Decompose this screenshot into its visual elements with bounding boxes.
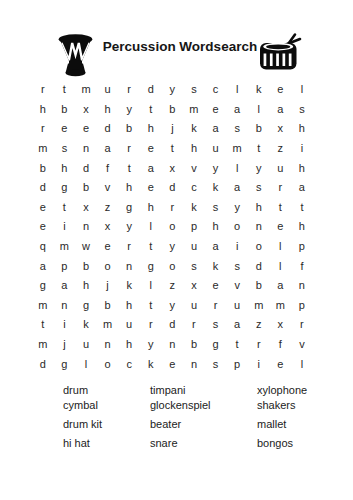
grid-cell-r3c2[interactable]: e [54,119,76,139]
word-list: drum cymbal drum kit hi hat timpani gloc… [63,384,307,452]
grid-cell-r8c13[interactable]: h [291,217,313,237]
grid-cell-r9c13[interactable]: p [291,237,313,257]
grid-cell-r3c5[interactable]: b [118,119,140,139]
grid-cell-r10c6[interactable]: g [140,256,162,276]
grid-cell-r4c1[interactable]: m [32,139,54,159]
grid-cell-r13c9[interactable]: s [205,315,227,335]
grid-cell-r10c8[interactable]: s [183,256,205,276]
grid-cell-r13c2[interactable]: i [54,315,76,335]
grid-cell-r4c9[interactable]: u [205,139,227,159]
grid-cell-r5c6[interactable]: a [140,158,162,178]
grid-cell-r7c11[interactable]: h [248,198,270,218]
word-item-drum-kit: drum kit [63,418,150,437]
wordsearch-grid: rtmurdysclkelhbxhytbmealasreedbhjkasbxhm… [32,80,313,374]
grid-cell-r15c11[interactable]: i [248,354,270,374]
word-item-cymbal: cymbal [63,399,150,418]
grid-cell-r10c9[interactable]: k [205,256,227,276]
grid-cell-r9c4[interactable]: e [97,237,119,257]
grid-cell-r1c6[interactable]: d [140,80,162,100]
word-item-xylophone: xylophone [257,384,307,399]
grid-cell-r15c9[interactable]: s [205,354,227,374]
grid-cell-r3c9[interactable]: a [205,119,227,139]
grid-cell-r5c11[interactable]: y [248,158,270,178]
grid-cell-r3c6[interactable]: h [140,119,162,139]
grid-cell-r5c3[interactable]: d [75,158,97,178]
grid-cell-r10c5[interactable]: n [118,256,140,276]
grid-cell-r14c2[interactable]: j [54,335,76,355]
grid-cell-r4c2[interactable]: s [54,139,76,159]
grid-cell-r13c8[interactable]: r [183,315,205,335]
grid-cell-r11c4[interactable]: j [97,276,119,296]
grid-cell-r4c7[interactable]: t [162,139,184,159]
grid-cell-r7c10[interactable]: y [226,198,248,218]
grid-cell-r12c9[interactable]: r [205,296,227,316]
word-item-hi-hat: hi hat [63,437,150,452]
grid-cell-r11c5[interactable]: k [118,276,140,296]
djembe-drum-icon [58,34,93,77]
grid-cell-r1c9[interactable]: c [205,80,227,100]
grid-cell-r5c5[interactable]: t [118,158,140,178]
grid-cell-r11c11[interactable]: b [248,276,270,296]
grid-cell-r4c10[interactable]: m [226,139,248,159]
grid-cell-r8c7[interactable]: o [162,217,184,237]
grid-cell-r1c10[interactable]: l [226,80,248,100]
grid-cell-r13c11[interactable]: z [248,315,270,335]
grid-cell-r15c10[interactable]: p [226,354,248,374]
grid-cell-r7c6[interactable]: h [140,198,162,218]
grid-cell-r11c7[interactable]: z [162,276,184,296]
grid-cell-r15c1[interactable]: d [32,354,54,374]
grid-cell-r4c3[interactable]: n [75,139,97,159]
word-item-beater: beater [150,418,257,437]
grid-cell-r11c13[interactable]: n [291,276,313,296]
grid-cell-r14c3[interactable]: u [75,335,97,355]
grid-cell-r12c7[interactable]: y [162,296,184,316]
grid-cell-r13c7[interactable]: d [162,315,184,335]
grid-cell-r2c6[interactable]: t [140,100,162,120]
grid-cell-r9c3[interactable]: w [75,237,97,257]
grid-cell-r13c13[interactable]: r [291,315,313,335]
grid-cell-r5c1[interactable]: b [32,158,54,178]
grid-cell-r10c13[interactable]: f [291,256,313,276]
grid-cell-r14c4[interactable]: n [97,335,119,355]
grid-cell-r2c7[interactable]: b [162,100,184,120]
word-item-bongos: bongos [257,437,307,452]
grid-cell-r8c5[interactable]: y [118,217,140,237]
grid-cell-r5c9[interactable]: y [205,158,227,178]
word-item-shakers: shakers [257,399,307,418]
grid-cell-r3c1[interactable]: r [32,119,54,139]
grid-cell-r4c13[interactable]: i [291,139,313,159]
grid-cell-r10c1[interactable]: a [32,256,54,276]
grid-cell-r9c6[interactable]: t [140,237,162,257]
grid-cell-r6c6[interactable]: e [140,178,162,198]
grid-cell-r12c10[interactable]: u [226,296,248,316]
grid-cell-r2c3[interactable]: x [75,100,97,120]
grid-cell-r3c7[interactable]: j [162,119,184,139]
grid-cell-r14c6[interactable]: y [140,335,162,355]
grid-cell-r11c2[interactable]: a [54,276,76,296]
grid-cell-r3c12[interactable]: x [270,119,292,139]
grid-cell-r6c4[interactable]: v [97,178,119,198]
grid-cell-r13c1[interactable]: t [32,315,54,335]
grid-cell-r4c5[interactable]: r [118,139,140,159]
grid-cell-r13c6[interactable]: r [140,315,162,335]
grid-cell-r2c4[interactable]: h [97,100,119,120]
grid-cell-r12c6[interactable]: t [140,296,162,316]
grid-cell-r6c10[interactable]: a [226,178,248,198]
grid-cell-r1c2[interactable]: t [54,80,76,100]
grid-cell-r5c12[interactable]: u [270,158,292,178]
grid-cell-r6c7[interactable]: d [162,178,184,198]
grid-cell-r7c4[interactable]: z [97,198,119,218]
grid-cell-r12c4[interactable]: b [97,296,119,316]
grid-cell-r15c5[interactable]: c [118,354,140,374]
grid-cell-r8c1[interactable]: e [32,217,54,237]
grid-cell-r1c12[interactable]: e [270,80,292,100]
grid-cell-r15c7[interactable]: e [162,354,184,374]
grid-cell-r5c13[interactable]: h [291,158,313,178]
grid-cell-r6c13[interactable]: a [291,178,313,198]
grid-cell-r9c10[interactable]: i [226,237,248,257]
grid-cell-r1c11[interactable]: k [248,80,270,100]
grid-cell-r1c8[interactable]: s [183,80,205,100]
grid-cell-r14c1[interactable]: m [32,335,54,355]
grid-cell-r4c4[interactable]: a [97,139,119,159]
word-item-timpani: timpani [150,384,257,399]
grid-cell-r3c3[interactable]: e [75,119,97,139]
grid-cell-r10c3[interactable]: b [75,256,97,276]
grid-cell-r5c4[interactable]: f [97,158,119,178]
grid-cell-r8c10[interactable]: o [226,217,248,237]
grid-cell-r12c3[interactable]: g [75,296,97,316]
grid-cell-r9c2[interactable]: m [54,237,76,257]
grid-cell-r14c5[interactable]: h [118,335,140,355]
word-item-glockenspiel: glockenspiel [150,399,257,418]
grid-cell-r12c8[interactable]: u [183,296,205,316]
grid-cell-r6c8[interactable]: c [183,178,205,198]
grid-cell-r14c9[interactable]: g [205,335,227,355]
grid-cell-r3c10[interactable]: s [226,119,248,139]
grid-cell-r2c11[interactable]: l [248,100,270,120]
page-title: Percussion Wordsearch [103,39,257,54]
grid-cell-r9c7[interactable]: y [162,237,184,257]
grid-cell-r11c1[interactable]: g [32,276,54,296]
grid-cell-r15c2[interactable]: g [54,354,76,374]
grid-cell-r15c8[interactable]: n [183,354,205,374]
grid-cell-r2c9[interactable]: e [205,100,227,120]
grid-cell-r2c8[interactable]: m [183,100,205,120]
word-item-mallet: mallet [257,418,307,437]
word-item-snare: snare [150,437,257,452]
grid-cell-r13c12[interactable]: x [270,315,292,335]
grid-cell-r8c12[interactable]: e [270,217,292,237]
grid-cell-r5c7[interactable]: x [162,158,184,178]
grid-cell-r2c1[interactable]: h [32,100,54,120]
grid-cell-r6c3[interactable]: b [75,178,97,198]
grid-cell-r11c12[interactable]: a [270,276,292,296]
worksheet-page: Percussion Wordsearch rtmurdysclkelhbxhy… [0,0,353,500]
grid-cell-r8c3[interactable]: n [75,217,97,237]
grid-cell-r12c12[interactable]: m [270,296,292,316]
grid-cell-r13c3[interactable]: k [75,315,97,335]
grid-cell-r7c8[interactable]: k [183,198,205,218]
grid-cell-r4c11[interactable]: t [248,139,270,159]
grid-cell-r6c5[interactable]: h [118,178,140,198]
grid-cell-r10c7[interactable]: o [162,256,184,276]
grid-cell-r2c12[interactable]: a [270,100,292,120]
grid-cell-r6c2[interactable]: g [54,178,76,198]
grid-cell-r12c13[interactable]: p [291,296,313,316]
grid-cell-r6c9[interactable]: k [205,178,227,198]
grid-cell-r5c10[interactable]: l [226,158,248,178]
grid-cell-r2c5[interactable]: y [118,100,140,120]
grid-cell-r15c3[interactable]: l [75,354,97,374]
grid-cell-r9c12[interactable]: l [270,237,292,257]
grid-cell-r12c11[interactable]: m [248,296,270,316]
grid-cell-r4c6[interactable]: e [140,139,162,159]
snare-drum-icon [259,32,303,75]
grid-cell-r13c4[interactable]: m [97,315,119,335]
grid-cell-r15c4[interactable]: o [97,354,119,374]
grid-cell-r7c2[interactable]: t [54,198,76,218]
grid-cell-r12c1[interactable]: m [32,296,54,316]
grid-cell-r10c12[interactable]: l [270,256,292,276]
grid-cell-r3c4[interactable]: d [97,119,119,139]
grid-cell-r2c2[interactable]: b [54,100,76,120]
grid-cell-r3c11[interactable]: b [248,119,270,139]
grid-cell-r8c8[interactable]: p [183,217,205,237]
grid-cell-r8c2[interactable]: i [54,217,76,237]
grid-cell-r3c8[interactable]: k [183,119,205,139]
grid-cell-r1c7[interactable]: y [162,80,184,100]
grid-cell-r9c9[interactable]: a [205,237,227,257]
grid-cell-r14c10[interactable]: t [226,335,248,355]
grid-cell-r14c13[interactable]: v [291,335,313,355]
grid-cell-r1c1[interactable]: r [32,80,54,100]
grid-cell-r11c9[interactable]: e [205,276,227,296]
grid-cell-r14c7[interactable]: n [162,335,184,355]
grid-cell-r9c1[interactable]: q [32,237,54,257]
grid-cell-r7c7[interactable]: r [162,198,184,218]
grid-cell-r7c1[interactable]: e [32,198,54,218]
grid-cell-r7c13[interactable]: t [291,198,313,218]
grid-cell-r7c9[interactable]: s [205,198,227,218]
grid-cell-r11c3[interactable]: h [75,276,97,296]
grid-cell-r1c13[interactable]: l [291,80,313,100]
grid-cell-r14c12[interactable]: f [270,335,292,355]
grid-cell-r10c10[interactable]: s [226,256,248,276]
grid-cell-r8c6[interactable]: l [140,217,162,237]
grid-cell-r6c1[interactable]: d [32,178,54,198]
grid-cell-r6c12[interactable]: r [270,178,292,198]
grid-cell-r12c5[interactable]: h [118,296,140,316]
grid-cell-r2c13[interactable]: s [291,100,313,120]
grid-cell-r4c12[interactable]: z [270,139,292,159]
grid-cell-r15c12[interactable]: e [270,354,292,374]
grid-cell-r11c8[interactable]: x [183,276,205,296]
grid-cell-r3c13[interactable]: h [291,119,313,139]
grid-cell-r12c2[interactable]: n [54,296,76,316]
grid-cell-r1c5[interactable]: r [118,80,140,100]
grid-cell-r13c5[interactable]: u [118,315,140,335]
grid-cell-r8c9[interactable]: h [205,217,227,237]
grid-cell-r10c4[interactable]: o [97,256,119,276]
grid-cell-r11c6[interactable]: l [140,276,162,296]
grid-cell-r14c11[interactable]: r [248,335,270,355]
grid-cell-r14c8[interactable]: b [183,335,205,355]
grid-cell-r15c13[interactable]: l [291,354,313,374]
grid-cell-r6c11[interactable]: s [248,178,270,198]
grid-cell-r11c10[interactable]: v [226,276,248,296]
grid-cell-r7c3[interactable]: x [75,198,97,218]
word-item-drum: drum [63,384,150,399]
grid-cell-r1c4[interactable]: u [97,80,119,100]
grid-cell-r10c11[interactable]: d [248,256,270,276]
grid-cell-r8c11[interactable]: n [248,217,270,237]
grid-cell-r9c8[interactable]: u [183,237,205,257]
grid-cell-r8c4[interactable]: x [97,217,119,237]
grid-cell-r7c12[interactable]: t [270,198,292,218]
grid-cell-r13c10[interactable]: a [226,315,248,335]
grid-cell-r9c5[interactable]: r [118,237,140,257]
grid-cell-r7c5[interactable]: g [118,198,140,218]
grid-cell-r5c8[interactable]: v [183,158,205,178]
grid-cell-r10c2[interactable]: p [54,256,76,276]
grid-cell-r1c3[interactable]: m [75,80,97,100]
grid-cell-r9c11[interactable]: o [248,237,270,257]
grid-cell-r2c10[interactable]: a [226,100,248,120]
grid-cell-r4c8[interactable]: h [183,139,205,159]
grid-cell-r15c6[interactable]: k [140,354,162,374]
grid-cell-r5c2[interactable]: h [54,158,76,178]
